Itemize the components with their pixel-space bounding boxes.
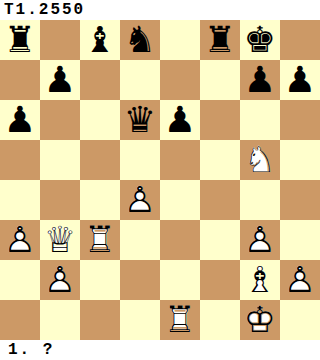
black-pawn-e6: ♟	[160, 100, 200, 140]
square-e2[interactable]	[160, 260, 200, 300]
square-f6[interactable]	[200, 100, 240, 140]
black-knight-d8: ♞	[120, 20, 160, 60]
black-bishop-c8: ♝	[80, 20, 120, 60]
square-c2[interactable]	[80, 260, 120, 300]
square-h5[interactable]	[280, 140, 320, 180]
square-b7[interactable]: ♟	[40, 60, 80, 100]
square-c6[interactable]	[80, 100, 120, 140]
square-g4[interactable]	[240, 180, 280, 220]
square-a7[interactable]	[0, 60, 40, 100]
square-h2[interactable]: ♟♙	[280, 260, 320, 300]
square-h7[interactable]: ♟	[280, 60, 320, 100]
square-e5[interactable]	[160, 140, 200, 180]
white-pawn-a3: ♟♙	[0, 220, 40, 260]
square-f5[interactable]	[200, 140, 240, 180]
square-f1[interactable]	[200, 300, 240, 340]
white-piece-outline: ♗	[240, 260, 280, 300]
square-h3[interactable]	[280, 220, 320, 260]
square-d2[interactable]	[120, 260, 160, 300]
square-g5[interactable]: ♞♘	[240, 140, 280, 180]
square-c1[interactable]	[80, 300, 120, 340]
square-h1[interactable]	[280, 300, 320, 340]
white-piece-outline: ♘	[240, 140, 280, 180]
square-a2[interactable]	[0, 260, 40, 300]
square-d8[interactable]: ♞	[120, 20, 160, 60]
square-a3[interactable]: ♟♙	[0, 220, 40, 260]
square-c8[interactable]: ♝	[80, 20, 120, 60]
square-g2[interactable]: ♝♗	[240, 260, 280, 300]
square-a4[interactable]	[0, 180, 40, 220]
square-f4[interactable]	[200, 180, 240, 220]
square-d1[interactable]	[120, 300, 160, 340]
white-knight-g5: ♞♘	[240, 140, 280, 180]
square-b1[interactable]	[40, 300, 80, 340]
square-e1[interactable]: ♜♖	[160, 300, 200, 340]
black-piece-glyph: ♛	[120, 100, 160, 140]
square-e3[interactable]	[160, 220, 200, 260]
square-g6[interactable]	[240, 100, 280, 140]
square-a5[interactable]	[0, 140, 40, 180]
puzzle-header: T1.2550	[0, 0, 320, 20]
square-b6[interactable]	[40, 100, 80, 140]
square-e7[interactable]	[160, 60, 200, 100]
square-b5[interactable]	[40, 140, 80, 180]
white-piece-outline: ♙	[120, 180, 160, 220]
puzzle-id-label: T1.2550	[4, 1, 85, 19]
square-e4[interactable]	[160, 180, 200, 220]
square-f7[interactable]	[200, 60, 240, 100]
square-d3[interactable]	[120, 220, 160, 260]
square-g3[interactable]: ♟♙	[240, 220, 280, 260]
square-a1[interactable]	[0, 300, 40, 340]
white-piece-outline: ♙	[40, 260, 80, 300]
white-queen-b3: ♛♕	[40, 220, 80, 260]
white-pawn-h2: ♟♙	[280, 260, 320, 300]
black-piece-glyph: ♜	[0, 20, 40, 60]
square-a6[interactable]: ♟	[0, 100, 40, 140]
square-d5[interactable]	[120, 140, 160, 180]
white-pawn-d4: ♟♙	[120, 180, 160, 220]
black-piece-glyph: ♜	[200, 20, 240, 60]
square-e8[interactable]	[160, 20, 200, 60]
white-pawn-b2: ♟♙	[40, 260, 80, 300]
black-pawn-g7: ♟	[240, 60, 280, 100]
square-d7[interactable]	[120, 60, 160, 100]
square-c4[interactable]	[80, 180, 120, 220]
black-queen-d6: ♛	[120, 100, 160, 140]
black-piece-glyph: ♟	[280, 60, 320, 100]
black-rook-f8: ♜	[200, 20, 240, 60]
square-f3[interactable]	[200, 220, 240, 260]
white-piece-outline: ♕	[40, 220, 80, 260]
square-a8[interactable]: ♜	[0, 20, 40, 60]
chess-puzzle-window: T1.2550 ♜♝♞♜♚♟♟♟♟♛♟♞♘♟♙♟♙♛♕♜♖♟♙♟♙♝♗♟♙♜♖♚…	[0, 0, 320, 360]
square-f2[interactable]	[200, 260, 240, 300]
black-pawn-a6: ♟	[0, 100, 40, 140]
square-h4[interactable]	[280, 180, 320, 220]
square-c5[interactable]	[80, 140, 120, 180]
square-g7[interactable]: ♟	[240, 60, 280, 100]
move-prompt: 1. ?	[0, 340, 320, 360]
white-piece-outline: ♖	[160, 300, 200, 340]
square-e6[interactable]: ♟	[160, 100, 200, 140]
white-pawn-g3: ♟♙	[240, 220, 280, 260]
square-b2[interactable]: ♟♙	[40, 260, 80, 300]
white-king-g1: ♚♔	[240, 300, 280, 340]
square-h6[interactable]	[280, 100, 320, 140]
black-piece-glyph: ♟	[160, 100, 200, 140]
white-rook-c3: ♜♖	[80, 220, 120, 260]
black-piece-glyph: ♟	[40, 60, 80, 100]
move-prompt-label: 1. ?	[8, 341, 54, 359]
square-b8[interactable]	[40, 20, 80, 60]
black-piece-glyph: ♞	[120, 20, 160, 60]
white-piece-outline: ♙	[280, 260, 320, 300]
white-piece-outline: ♙	[240, 220, 280, 260]
square-b3[interactable]: ♛♕	[40, 220, 80, 260]
white-piece-outline: ♙	[0, 220, 40, 260]
black-pawn-h7: ♟	[280, 60, 320, 100]
black-piece-glyph: ♝	[80, 20, 120, 60]
black-pawn-b7: ♟	[40, 60, 80, 100]
black-piece-glyph: ♚	[240, 20, 280, 60]
square-d4[interactable]: ♟♙	[120, 180, 160, 220]
square-h8[interactable]	[280, 20, 320, 60]
white-piece-outline: ♖	[80, 220, 120, 260]
square-g1[interactable]: ♚♔	[240, 300, 280, 340]
square-c7[interactable]	[80, 60, 120, 100]
black-piece-glyph: ♟	[0, 100, 40, 140]
white-rook-e1: ♜♖	[160, 300, 200, 340]
square-d6[interactable]: ♛	[120, 100, 160, 140]
black-piece-glyph: ♟	[240, 60, 280, 100]
square-g8[interactable]: ♚	[240, 20, 280, 60]
white-piece-outline: ♔	[240, 300, 280, 340]
square-c3[interactable]: ♜♖	[80, 220, 120, 260]
black-rook-a8: ♜	[0, 20, 40, 60]
chess-board: ♜♝♞♜♚♟♟♟♟♛♟♞♘♟♙♟♙♛♕♜♖♟♙♟♙♝♗♟♙♜♖♚♔	[0, 20, 320, 340]
square-b4[interactable]	[40, 180, 80, 220]
black-king-g8: ♚	[240, 20, 280, 60]
white-bishop-g2: ♝♗	[240, 260, 280, 300]
square-f8[interactable]: ♜	[200, 20, 240, 60]
